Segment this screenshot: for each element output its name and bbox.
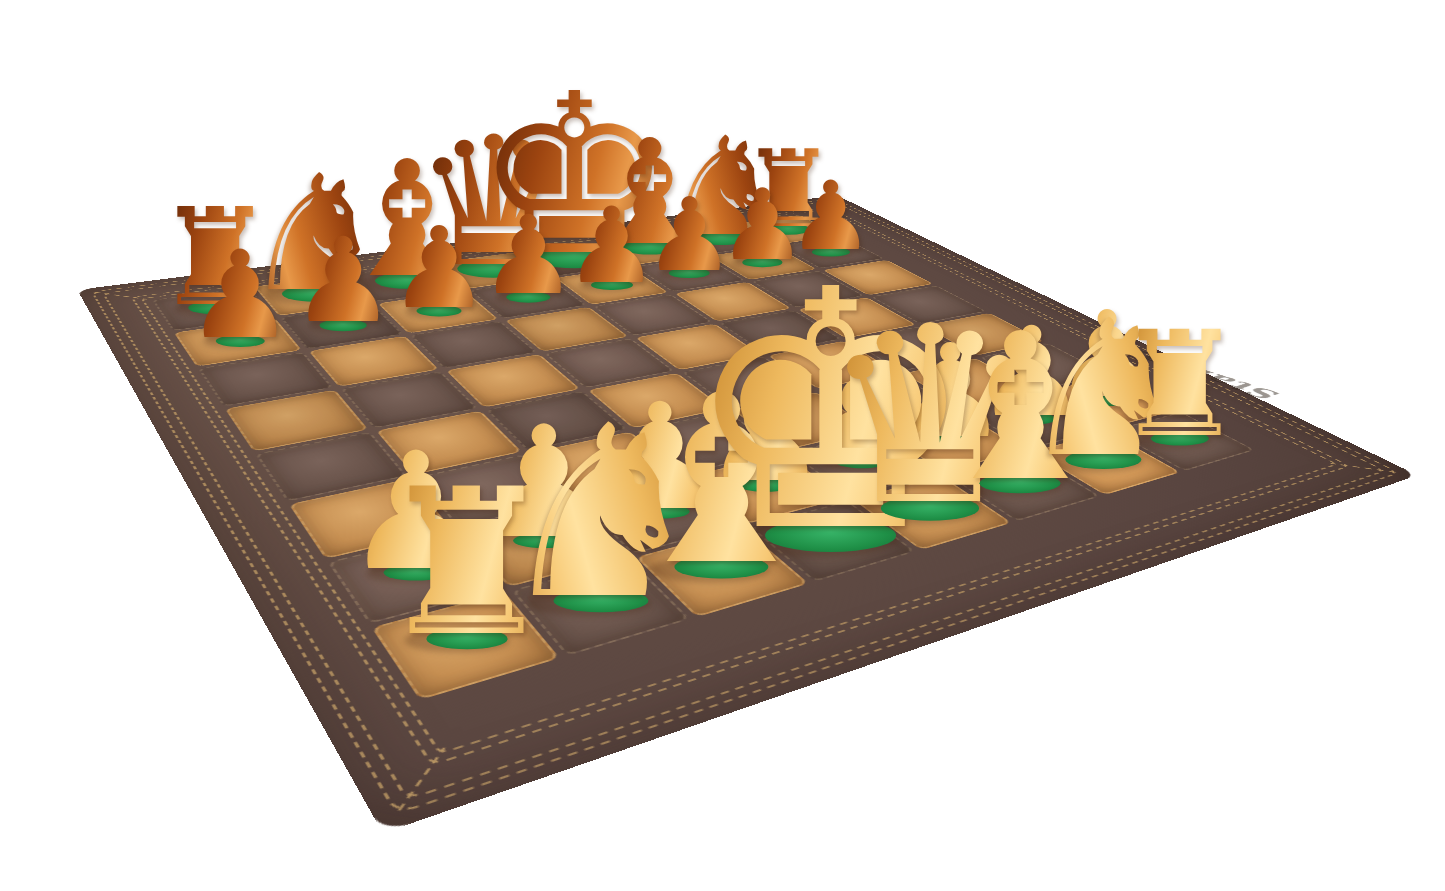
piece-black-pawn-b7[interactable]: ♟ [291, 223, 396, 340]
piece-black-pawn-a7[interactable]: ♟ [186, 235, 295, 356]
piece-black-pawn-d7[interactable]: ♟ [480, 203, 577, 312]
piece-white-rook-h1[interactable]: ♜ [1114, 312, 1245, 458]
product-photo-scene: Stallions ♜♞♝♛♚♝♞♜♟♟♟♟♟♟♟♟♟♟♟♟♟♟♟♟♜♞♝♚♛♝… [0, 0, 1445, 891]
piece-black-pawn-c7[interactable]: ♟ [389, 213, 490, 325]
